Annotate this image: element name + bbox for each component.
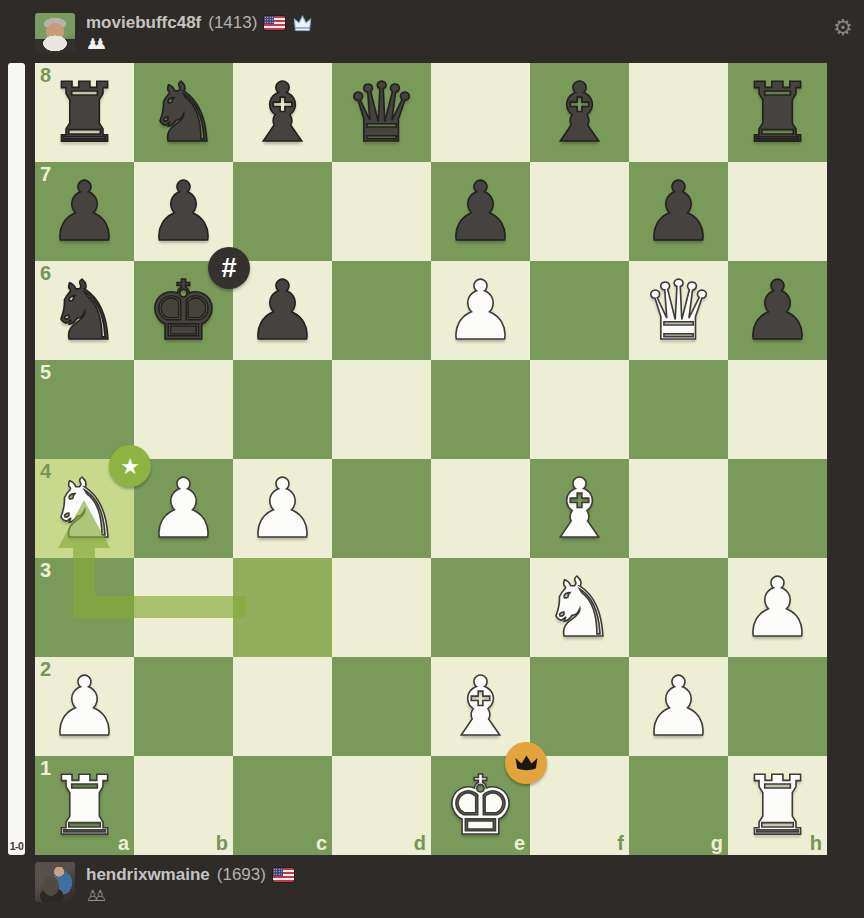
square-f3[interactable]: ♞ [530,558,629,657]
square-f4[interactable]: ♝ [530,459,629,558]
square-f5[interactable] [530,360,629,459]
white-pawn-b4: ♟ [147,459,221,558]
square-h1[interactable]: h♜ [728,756,827,855]
rank-label: 6 [40,262,51,285]
white-pawn-g2: ♟ [642,657,716,756]
square-g2[interactable]: ♟ [629,657,728,756]
evaluation-bar: 1-0 [8,63,25,855]
square-c7[interactable] [233,162,332,261]
square-g6[interactable]: ♛ [629,261,728,360]
bottom-player-name[interactable]: hendrixwmaine [86,865,210,885]
best-move-badge-a4: ★ [109,445,151,487]
square-e7[interactable]: ♟ [431,162,530,261]
square-a8[interactable]: 8♜ [35,63,134,162]
square-f6[interactable] [530,261,629,360]
white-bishop-f4: ♝ [543,459,617,558]
black-knight-b8: ♞ [147,63,221,162]
rank-label: 2 [40,658,51,681]
square-a1[interactable]: 1a♜ [35,756,134,855]
square-h8[interactable]: ♜ [728,63,827,162]
square-e3[interactable] [431,558,530,657]
square-h2[interactable] [728,657,827,756]
winner-badge-e1 [505,742,547,784]
square-d2[interactable] [332,657,431,756]
square-a6[interactable]: 6♞ [35,261,134,360]
white-pawn-h3: ♟ [741,558,815,657]
white-queen-g6: ♛ [642,261,716,360]
settings-gear-icon[interactable]: ⚙ [833,15,853,40]
top-player-avatar[interactable] [35,13,75,53]
square-d3[interactable] [332,558,431,657]
square-h6[interactable]: ♟ [728,261,827,360]
square-e2[interactable]: ♝ [431,657,530,756]
square-f7[interactable] [530,162,629,261]
game-result-label: 1-0 [8,840,25,852]
square-b2[interactable] [134,657,233,756]
square-a7[interactable]: 7♟ [35,162,134,261]
bottom-player-bar: hendrixwmaine (1693) ♙♙ [0,856,864,918]
square-c3[interactable] [233,558,332,657]
square-b3[interactable] [134,558,233,657]
bottom-player-info: hendrixwmaine (1693) ♙♙ [86,864,294,905]
square-a3[interactable]: 3 [35,558,134,657]
white-bishop-e2: ♝ [444,657,518,756]
white-rook-a1: ♜ [48,756,122,855]
rank-label: 3 [40,559,51,582]
square-f2[interactable] [530,657,629,756]
square-b1[interactable]: b [134,756,233,855]
square-c4[interactable]: ♟ [233,459,332,558]
square-a5[interactable]: 5 [35,360,134,459]
us-flag-icon [264,16,285,30]
rank-label: 4 [40,460,51,483]
square-g7[interactable]: ♟ [629,162,728,261]
square-c5[interactable] [233,360,332,459]
square-d6[interactable] [332,261,431,360]
file-label: d [414,832,426,855]
square-g8[interactable] [629,63,728,162]
square-g4[interactable] [629,459,728,558]
square-c8[interactable]: ♝ [233,63,332,162]
black-bishop-c8: ♝ [246,63,320,162]
chess-board[interactable]: 8♜♞♝♛♝♜7♟♟♟♟6♞♚♟♟♛♟54♞♟♟♝3♞♟2♟♝♟1a♜bcde♚… [35,63,827,855]
square-d1[interactable]: d [332,756,431,855]
file-label: h [810,832,822,855]
black-pawn-h6: ♟ [741,261,815,360]
square-e5[interactable] [431,360,530,459]
black-knight-a6: ♞ [48,261,122,360]
rank-label: 7 [40,163,51,186]
black-pawn-g7: ♟ [642,162,716,261]
square-c2[interactable] [233,657,332,756]
square-b5[interactable] [134,360,233,459]
square-e6[interactable]: ♟ [431,261,530,360]
square-h5[interactable] [728,360,827,459]
square-h4[interactable] [728,459,827,558]
black-pawn-a7: ♟ [48,162,122,261]
white-pawn-c4: ♟ [246,459,320,558]
square-b8[interactable]: ♞ [134,63,233,162]
top-player-bar: moviebuffc48f (1413) ♟♟ ⚙ [0,0,864,62]
top-player-info: moviebuffc48f (1413) ♟♟ [86,12,312,53]
black-pawn-c6: ♟ [246,261,320,360]
white-pawn-a2: ♟ [48,657,122,756]
file-label: e [514,832,525,855]
file-label: c [316,832,327,855]
friends-pawns-icon: ♙♙ [86,887,101,905]
white-knight-f3: ♞ [543,558,617,657]
square-d4[interactable] [332,459,431,558]
square-d8[interactable]: ♛ [332,63,431,162]
checkmate-badge-b6: # [208,247,250,289]
square-h7[interactable] [728,162,827,261]
chess-app: moviebuffc48f (1413) ♟♟ ⚙ 1-0 8♜♞♝♛♝♜7♟♟… [0,0,864,918]
bottom-player-rating: (1693) [217,865,266,885]
black-bishop-f8: ♝ [543,63,617,162]
membership-crown-icon [293,15,312,32]
square-g1[interactable]: g [629,756,728,855]
rank-label: 1 [40,757,51,780]
bottom-player-avatar[interactable] [35,862,75,902]
black-pawn-b7: ♟ [147,162,221,261]
file-label: g [711,832,723,855]
friends-pawns-icon: ♟♟ [86,35,101,53]
black-queen-d8: ♛ [345,63,419,162]
square-e4[interactable] [431,459,530,558]
square-f8[interactable]: ♝ [530,63,629,162]
square-b7[interactable]: ♟ [134,162,233,261]
top-player-name[interactable]: moviebuffc48f [86,13,201,33]
top-player-rating: (1413) [208,13,257,33]
square-d7[interactable] [332,162,431,261]
white-rook-h1: ♜ [741,756,815,855]
white-pawn-e6: ♟ [444,261,518,360]
us-flag-icon [273,868,294,882]
file-label: a [118,832,129,855]
rank-label: 8 [40,64,51,87]
file-label: f [617,832,624,855]
square-h3[interactable]: ♟ [728,558,827,657]
black-rook-a8: ♜ [48,63,122,162]
black-pawn-e7: ♟ [444,162,518,261]
square-a2[interactable]: 2♟ [35,657,134,756]
square-g5[interactable] [629,360,728,459]
square-c1[interactable]: c [233,756,332,855]
file-label: b [216,832,228,855]
black-rook-h8: ♜ [741,63,815,162]
square-e8[interactable] [431,63,530,162]
square-g3[interactable] [629,558,728,657]
rank-label: 5 [40,361,51,384]
square-d5[interactable] [332,360,431,459]
